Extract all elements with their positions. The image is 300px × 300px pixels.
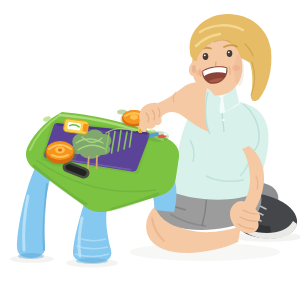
shirt-button (222, 119, 224, 121)
eye-left (203, 53, 209, 60)
eye-left-glint (204, 54, 206, 56)
leg-center-base-rim (76, 258, 108, 264)
photo-canvas (0, 0, 300, 300)
stamp-accessory (63, 118, 89, 134)
leg-left-base-rim (18, 253, 44, 259)
mini-crayon-white (164, 133, 168, 136)
eye-right-glint (228, 51, 230, 53)
crayon-tray (147, 131, 169, 142)
knob-top-cap (130, 114, 138, 120)
scene-illustration (0, 0, 300, 300)
ear-inner-shading (192, 65, 196, 73)
knob-left-dot (58, 149, 62, 152)
blush-left (196, 70, 205, 76)
blush-right (232, 65, 240, 71)
eye-right (227, 50, 233, 57)
